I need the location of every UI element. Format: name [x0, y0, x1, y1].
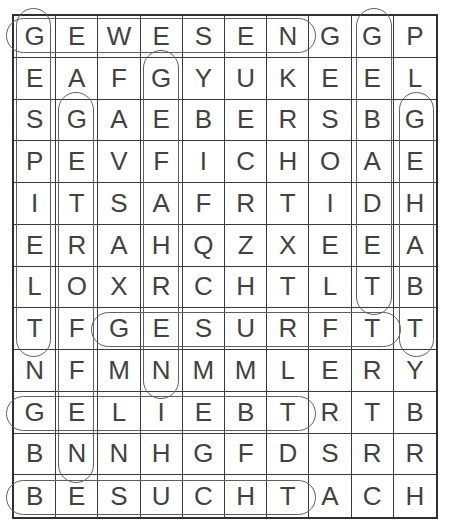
cell-r6c1[interactable]: E [14, 225, 56, 267]
cell-r3c3[interactable]: A [98, 100, 140, 142]
cell-r4c10[interactable]: E [394, 141, 436, 183]
cell-r6c6[interactable]: Z [225, 225, 267, 267]
cell-r10c5[interactable]: E [183, 392, 225, 434]
cell-r9c2[interactable]: F [56, 350, 98, 392]
cell-r10c8[interactable]: R [309, 392, 351, 434]
cell-r11c5[interactable]: G [183, 434, 225, 476]
cell-r12c9[interactable]: C [352, 475, 394, 517]
cell-r12c2[interactable]: E [56, 475, 98, 517]
cell-r4c4[interactable]: F [141, 141, 183, 183]
cell-r2c4[interactable]: G [141, 58, 183, 100]
cell-r12c5[interactable]: C [183, 475, 225, 517]
cell-r9c1[interactable]: N [14, 350, 56, 392]
cell-r12c1[interactable]: B [14, 475, 56, 517]
cell-r4c6[interactable]: C [225, 141, 267, 183]
cell-r9c8[interactable]: E [309, 350, 351, 392]
cell-r10c1[interactable]: G [14, 392, 56, 434]
cell-r5c8[interactable]: I [309, 183, 351, 225]
cell-r10c4[interactable]: I [141, 392, 183, 434]
cell-r8c9[interactable]: T [352, 308, 394, 350]
cell-r12c7[interactable]: T [267, 475, 309, 517]
cell-r3c1[interactable]: S [14, 100, 56, 142]
cell-r7c3[interactable]: X [98, 267, 140, 309]
cell-r3c8[interactable]: S [309, 100, 351, 142]
cell-r4c2[interactable]: E [56, 141, 98, 183]
cell-r2c6[interactable]: U [225, 58, 267, 100]
cell-r1c6[interactable]: E [225, 16, 267, 58]
cell-r6c9[interactable]: E [352, 225, 394, 267]
cell-r11c9[interactable]: R [352, 434, 394, 476]
cell-r10c7[interactable]: T [267, 392, 309, 434]
cell-r8c4[interactable]: E [141, 308, 183, 350]
cell-r11c6[interactable]: F [225, 434, 267, 476]
word-search-board: GEWESENGGPEAFGYUKEELSGAEBERSBGPEVFICHOAE… [12, 14, 438, 519]
cell-r10c3[interactable]: L [98, 392, 140, 434]
cell-r9c6[interactable]: M [225, 350, 267, 392]
cell-r3c2[interactable]: G [56, 100, 98, 142]
cell-r8c6[interactable]: U [225, 308, 267, 350]
cell-r8c1[interactable]: T [14, 308, 56, 350]
cell-r9c9[interactable]: R [352, 350, 394, 392]
cell-r7c1[interactable]: L [14, 267, 56, 309]
cell-r8c7[interactable]: R [267, 308, 309, 350]
cell-r7c2[interactable]: O [56, 267, 98, 309]
cell-r1c9[interactable]: G [352, 16, 394, 58]
cell-r11c1[interactable]: B [14, 434, 56, 476]
cell-r5c2[interactable]: T [56, 183, 98, 225]
cell-r10c9[interactable]: T [352, 392, 394, 434]
cell-r8c3[interactable]: G [98, 308, 140, 350]
cell-r2c3[interactable]: F [98, 58, 140, 100]
cell-r12c3[interactable]: S [98, 475, 140, 517]
cell-r6c4[interactable]: H [141, 225, 183, 267]
cell-r12c8[interactable]: A [309, 475, 351, 517]
cell-r8c2[interactable]: F [56, 308, 98, 350]
cell-r4c8[interactable]: O [309, 141, 351, 183]
cell-r12c4[interactable]: U [141, 475, 183, 517]
cell-r1c10[interactable]: P [394, 16, 436, 58]
cell-r4c3[interactable]: V [98, 141, 140, 183]
cell-r6c8[interactable]: E [309, 225, 351, 267]
word-search-page: GEWESENGGPEAFGYUKEELSGAEBERSBGPEVFICHOAE… [0, 0, 450, 529]
cell-r5c7[interactable]: T [267, 183, 309, 225]
cell-r3c9[interactable]: B [352, 100, 394, 142]
cell-r6c10[interactable]: A [394, 225, 436, 267]
cell-r1c2[interactable]: E [56, 16, 98, 58]
cell-r3c7[interactable]: R [267, 100, 309, 142]
cell-r5c4[interactable]: A [141, 183, 183, 225]
cell-r4c1[interactable]: P [14, 141, 56, 183]
cell-r7c7[interactable]: T [267, 267, 309, 309]
cell-r9c5[interactable]: M [183, 350, 225, 392]
cell-r2c5[interactable]: Y [183, 58, 225, 100]
cell-r1c4[interactable]: E [141, 16, 183, 58]
cell-r7c10[interactable]: B [394, 267, 436, 309]
cell-r2c2[interactable]: A [56, 58, 98, 100]
cell-r4c9[interactable]: A [352, 141, 394, 183]
cell-r5c10[interactable]: H [394, 183, 436, 225]
cell-r5c1[interactable]: I [14, 183, 56, 225]
cell-r6c2[interactable]: R [56, 225, 98, 267]
cell-r7c6[interactable]: H [225, 267, 267, 309]
cell-r3c10[interactable]: G [394, 100, 436, 142]
cell-r4c5[interactable]: I [183, 141, 225, 183]
cell-r5c5[interactable]: F [183, 183, 225, 225]
cell-r2c9[interactable]: E [352, 58, 394, 100]
cell-r9c7[interactable]: L [267, 350, 309, 392]
cell-r6c5[interactable]: Q [183, 225, 225, 267]
cell-r7c5[interactable]: C [183, 267, 225, 309]
cell-r12c6[interactable]: H [225, 475, 267, 517]
cell-r10c2[interactable]: E [56, 392, 98, 434]
cell-r9c3[interactable]: M [98, 350, 140, 392]
cell-r1c5[interactable]: S [183, 16, 225, 58]
cell-r10c6[interactable]: B [225, 392, 267, 434]
cell-r1c3[interactable]: W [98, 16, 140, 58]
cell-r1c7[interactable]: N [267, 16, 309, 58]
cell-r2c10[interactable]: L [394, 58, 436, 100]
cell-r5c6[interactable]: R [225, 183, 267, 225]
cell-r11c8[interactable]: S [309, 434, 351, 476]
cell-r2c1[interactable]: E [14, 58, 56, 100]
cell-r9c4[interactable]: N [141, 350, 183, 392]
cell-r11c2[interactable]: N [56, 434, 98, 476]
cell-r3c5[interactable]: B [183, 100, 225, 142]
cell-r5c9[interactable]: D [352, 183, 394, 225]
cell-r1c8[interactable]: G [309, 16, 351, 58]
cell-r12c10[interactable]: H [394, 475, 436, 517]
cell-r7c8[interactable]: L [309, 267, 351, 309]
cell-r2c7[interactable]: K [267, 58, 309, 100]
cell-r3c4[interactable]: E [141, 100, 183, 142]
cell-r11c4[interactable]: H [141, 434, 183, 476]
cell-r8c8[interactable]: F [309, 308, 351, 350]
cell-r7c4[interactable]: R [141, 267, 183, 309]
cell-r10c10[interactable]: B [394, 392, 436, 434]
cell-r2c8[interactable]: E [309, 58, 351, 100]
cell-r6c7[interactable]: X [267, 225, 309, 267]
cell-r11c10[interactable]: R [394, 434, 436, 476]
cell-r9c10[interactable]: Y [394, 350, 436, 392]
cell-r11c7[interactable]: D [267, 434, 309, 476]
cell-r6c3[interactable]: A [98, 225, 140, 267]
cell-r4c7[interactable]: H [267, 141, 309, 183]
cell-r8c10[interactable]: T [394, 308, 436, 350]
cell-r11c3[interactable]: N [98, 434, 140, 476]
cell-r3c6[interactable]: E [225, 100, 267, 142]
cell-r8c5[interactable]: S [183, 308, 225, 350]
cell-r7c9[interactable]: T [352, 267, 394, 309]
cell-r1c1[interactable]: G [14, 16, 56, 58]
cell-r5c3[interactable]: S [98, 183, 140, 225]
